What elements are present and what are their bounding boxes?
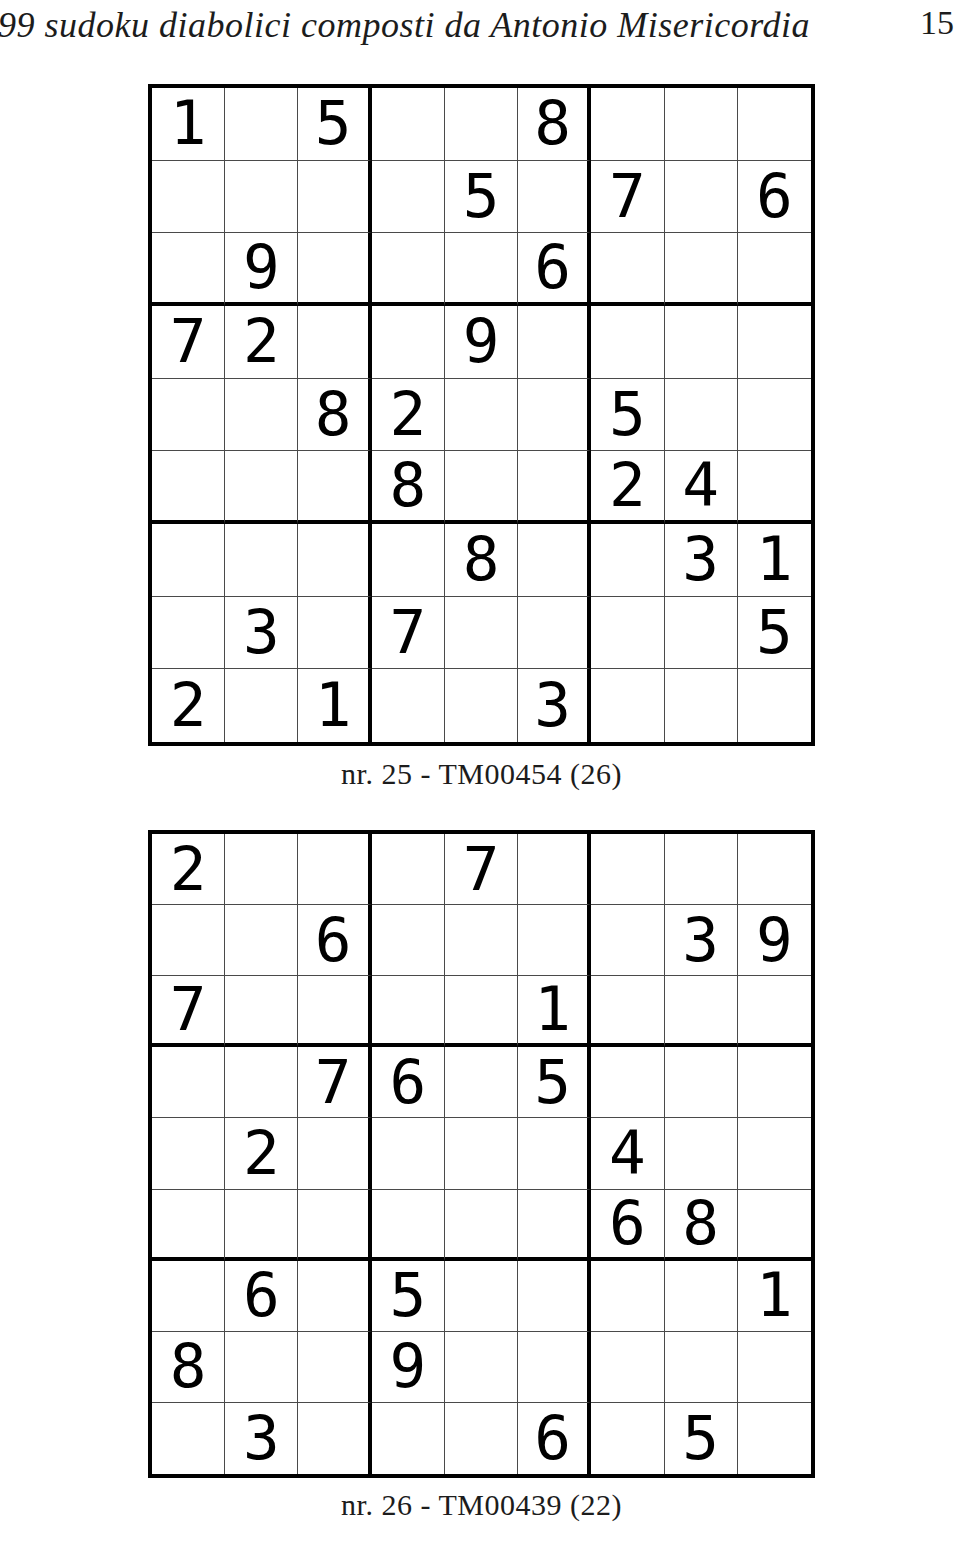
puzzle1-cell-r5c8-empty[interactable] (665, 379, 738, 452)
puzzle1-cell-r9c1-given[interactable]: 2 (152, 669, 225, 742)
puzzle2-cell-r5c8-empty[interactable] (665, 1118, 738, 1189)
puzzle1-cell-r2c6-empty[interactable] (518, 161, 591, 234)
puzzle2-cell-r7c5-empty[interactable] (445, 1261, 518, 1332)
puzzle1-cell-r1c7-empty[interactable] (591, 88, 664, 161)
puzzle2-cell-r4c4-given[interactable]: 6 (372, 1047, 445, 1118)
puzzle2-cell-r2c2-empty[interactable] (225, 905, 298, 976)
puzzle1-cell-r4c4-empty[interactable] (372, 306, 445, 379)
puzzle2-cell-r7c1-empty[interactable] (152, 1261, 225, 1332)
puzzle2-cell-r5c7-given[interactable]: 4 (591, 1118, 664, 1189)
puzzle1-cell-r7c1-empty[interactable] (152, 524, 225, 597)
puzzle1-cell-r8c7-empty[interactable] (591, 597, 664, 670)
puzzle1-cell-r1c6-given[interactable]: 8 (518, 88, 591, 161)
puzzle2-cell-r5c6-empty[interactable] (518, 1118, 591, 1189)
puzzle2-cell-r5c5-empty[interactable] (445, 1118, 518, 1189)
puzzle1-cell-r5c2-empty[interactable] (225, 379, 298, 452)
puzzle1-cell-r7c8-given[interactable]: 3 (665, 524, 738, 597)
puzzle2-cell-r6c5-empty[interactable] (445, 1190, 518, 1261)
puzzle1-cell-r8c5-empty[interactable] (445, 597, 518, 670)
puzzle1-cell-r3c6-given[interactable]: 6 (518, 233, 591, 306)
puzzle1-cell-r4c1-given[interactable]: 7 (152, 306, 225, 379)
puzzle1-cell-r2c7-given[interactable]: 7 (591, 161, 664, 234)
puzzle1-cell-r3c7-empty[interactable] (591, 233, 664, 306)
puzzle1-cell-r5c4-given[interactable]: 2 (372, 379, 445, 452)
puzzle1-cell-r7c2-empty[interactable] (225, 524, 298, 597)
puzzle1-cell-r4c7-empty[interactable] (591, 306, 664, 379)
puzzle2-cell-r3c3-empty[interactable] (298, 976, 371, 1047)
puzzle1-cell-r5c9-empty[interactable] (738, 379, 811, 452)
puzzle2-cell-r5c3-empty[interactable] (298, 1118, 371, 1189)
puzzle1-cell-r5c7-given[interactable]: 5 (591, 379, 664, 452)
puzzle1-cell-r1c2-empty[interactable] (225, 88, 298, 161)
puzzle2-cell-r9c3-empty[interactable] (298, 1403, 371, 1474)
puzzle2-cell-r5c9-empty[interactable] (738, 1118, 811, 1189)
puzzle2-cell-r5c2-given[interactable]: 2 (225, 1118, 298, 1189)
puzzle1-cell-r9c2-empty[interactable] (225, 669, 298, 742)
puzzle2-cell-r3c2-empty[interactable] (225, 976, 298, 1047)
puzzle2-cell-r1c9-empty[interactable] (738, 834, 811, 905)
puzzle2-cell-r2c6-empty[interactable] (518, 905, 591, 976)
sudoku-board-1: 15857696729825824831375213 (148, 84, 815, 746)
puzzle1-cell-r1c8-empty[interactable] (665, 88, 738, 161)
puzzle1-cell-r6c2-empty[interactable] (225, 451, 298, 524)
puzzle2-cell-r1c3-empty[interactable] (298, 834, 371, 905)
puzzle1-cell-r2c1-empty[interactable] (152, 161, 225, 234)
puzzle2-cell-r3c5-empty[interactable] (445, 976, 518, 1047)
puzzle2-cell-r1c1-given[interactable]: 2 (152, 834, 225, 905)
puzzle1-cell-r1c1-given[interactable]: 1 (152, 88, 225, 161)
puzzle2-cell-r7c8-empty[interactable] (665, 1261, 738, 1332)
book-title: 99 sudoku diabolici composti da Antonio … (0, 4, 810, 46)
puzzle2-cell-r4c9-empty[interactable] (738, 1047, 811, 1118)
puzzle2-cell-r3c7-empty[interactable] (591, 976, 664, 1047)
puzzle2-cell-r9c9-empty[interactable] (738, 1403, 811, 1474)
puzzle1-cell-r2c5-given[interactable]: 5 (445, 161, 518, 234)
puzzle1-cell-r2c8-empty[interactable] (665, 161, 738, 234)
puzzle1-cell-r4c3-empty[interactable] (298, 306, 371, 379)
puzzle1-cell-r6c4-given[interactable]: 8 (372, 451, 445, 524)
puzzle1-cell-r9c6-given[interactable]: 3 (518, 669, 591, 742)
puzzle2-cell-r9c6-given[interactable]: 6 (518, 1403, 591, 1474)
puzzle2-cell-r8c6-empty[interactable] (518, 1332, 591, 1403)
puzzle2-cell-r4c2-empty[interactable] (225, 1047, 298, 1118)
puzzle1-cell-r9c3-given[interactable]: 1 (298, 669, 371, 742)
puzzle1-cell-r9c9-empty[interactable] (738, 669, 811, 742)
puzzle1-cell-r8c3-empty[interactable] (298, 597, 371, 670)
puzzle1-cell-r3c2-given[interactable]: 9 (225, 233, 298, 306)
sudoku-board-2: 2763971765246865189365 (148, 830, 815, 1478)
puzzle2-cell-r2c7-empty[interactable] (591, 905, 664, 976)
puzzle1-cell-r3c8-empty[interactable] (665, 233, 738, 306)
puzzle1-cell-r1c3-given[interactable]: 5 (298, 88, 371, 161)
puzzle2-cell-r1c5-given[interactable]: 7 (445, 834, 518, 905)
puzzle2-cell-r9c5-empty[interactable] (445, 1403, 518, 1474)
puzzle2-cell-r4c8-empty[interactable] (665, 1047, 738, 1118)
puzzle2-cell-r3c1-given[interactable]: 7 (152, 976, 225, 1047)
puzzle2-cell-r9c1-empty[interactable] (152, 1403, 225, 1474)
puzzle1-cell-r6c7-given[interactable]: 2 (591, 451, 664, 524)
puzzle2-cell-r6c6-empty[interactable] (518, 1190, 591, 1261)
puzzle1-cell-r5c5-empty[interactable] (445, 379, 518, 452)
puzzle2-cell-r3c9-empty[interactable] (738, 976, 811, 1047)
puzzle2-cell-r7c2-given[interactable]: 6 (225, 1261, 298, 1332)
puzzle1-cell-r8c9-given[interactable]: 5 (738, 597, 811, 670)
puzzle1-cell-r4c9-empty[interactable] (738, 306, 811, 379)
puzzle1-cell-r7c5-given[interactable]: 8 (445, 524, 518, 597)
puzzle2-cell-r9c2-given[interactable]: 3 (225, 1403, 298, 1474)
puzzle1-cell-r7c6-empty[interactable] (518, 524, 591, 597)
puzzle1-cell-r3c9-empty[interactable] (738, 233, 811, 306)
puzzle1-cell-r1c4-empty[interactable] (372, 88, 445, 161)
puzzle1-cell-r4c6-empty[interactable] (518, 306, 591, 379)
puzzle1-cell-r3c1-empty[interactable] (152, 233, 225, 306)
puzzle2-cell-r4c1-empty[interactable] (152, 1047, 225, 1118)
puzzle2-cell-r8c5-empty[interactable] (445, 1332, 518, 1403)
puzzle1-cell-r5c6-empty[interactable] (518, 379, 591, 452)
puzzle2-cell-r8c2-empty[interactable] (225, 1332, 298, 1403)
puzzle2-cell-r9c7-empty[interactable] (591, 1403, 664, 1474)
puzzle1-cell-r4c2-given[interactable]: 2 (225, 306, 298, 379)
puzzle1-cell-r5c1-empty[interactable] (152, 379, 225, 452)
puzzle2-cell-r3c8-empty[interactable] (665, 976, 738, 1047)
puzzle2-cell-r3c6-given[interactable]: 1 (518, 976, 591, 1047)
puzzle1-cell-r2c4-empty[interactable] (372, 161, 445, 234)
puzzle2-cell-r1c6-empty[interactable] (518, 834, 591, 905)
puzzle1-cell-r6c3-empty[interactable] (298, 451, 371, 524)
puzzle1-cell-r8c2-given[interactable]: 3 (225, 597, 298, 670)
puzzle1-cell-r3c3-empty[interactable] (298, 233, 371, 306)
puzzle1-cell-r4c5-given[interactable]: 9 (445, 306, 518, 379)
puzzle2-cell-r1c7-empty[interactable] (591, 834, 664, 905)
puzzle2-cell-r6c9-empty[interactable] (738, 1190, 811, 1261)
puzzle2-cell-r8c3-empty[interactable] (298, 1332, 371, 1403)
puzzle2-cell-r8c8-empty[interactable] (665, 1332, 738, 1403)
puzzle1-cell-r6c5-empty[interactable] (445, 451, 518, 524)
puzzle2-cell-r7c6-empty[interactable] (518, 1261, 591, 1332)
puzzle2-cell-r7c7-empty[interactable] (591, 1261, 664, 1332)
puzzle1-cell-r3c4-empty[interactable] (372, 233, 445, 306)
puzzle1-cell-r2c3-empty[interactable] (298, 161, 371, 234)
puzzle2-cell-r7c9-given[interactable]: 1 (738, 1261, 811, 1332)
puzzle2-cell-r6c4-empty[interactable] (372, 1190, 445, 1261)
puzzle2-cell-r1c2-empty[interactable] (225, 834, 298, 905)
puzzle1-cell-r3c5-empty[interactable] (445, 233, 518, 306)
puzzle2-cell-r6c3-empty[interactable] (298, 1190, 371, 1261)
puzzle2-cell-r8c4-given[interactable]: 9 (372, 1332, 445, 1403)
puzzle2-cell-r8c1-given[interactable]: 8 (152, 1332, 225, 1403)
puzzle2-cell-r2c4-empty[interactable] (372, 905, 445, 976)
puzzle1-cell-r4c8-empty[interactable] (665, 306, 738, 379)
puzzle2-cell-r2c1-empty[interactable] (152, 905, 225, 976)
page-number: 15 (920, 4, 954, 42)
puzzle2-cell-r8c7-empty[interactable] (591, 1332, 664, 1403)
puzzle2-cell-r6c8-given[interactable]: 8 (665, 1190, 738, 1261)
puzzle2-cell-r2c3-given[interactable]: 6 (298, 905, 371, 976)
puzzle1-cell-r8c6-empty[interactable] (518, 597, 591, 670)
puzzle1-cell-r8c8-empty[interactable] (665, 597, 738, 670)
puzzle2-cell-r4c7-empty[interactable] (591, 1047, 664, 1118)
puzzle1-cell-r2c2-empty[interactable] (225, 161, 298, 234)
puzzle2-cell-r6c1-empty[interactable] (152, 1190, 225, 1261)
puzzle2-cell-r2c8-given[interactable]: 3 (665, 905, 738, 976)
page-header: 99 sudoku diabolici composti da Antonio … (0, 2, 956, 52)
puzzle2-cell-r3c4-empty[interactable] (372, 976, 445, 1047)
puzzle2-cell-r8c9-empty[interactable] (738, 1332, 811, 1403)
puzzle1-cell-r8c1-empty[interactable] (152, 597, 225, 670)
puzzle1-cell-r6c6-empty[interactable] (518, 451, 591, 524)
puzzle1-cell-r1c5-empty[interactable] (445, 88, 518, 161)
puzzle-1-caption: nr. 25 - TM00454 (26) (148, 757, 815, 791)
puzzle1-cell-r7c7-empty[interactable] (591, 524, 664, 597)
puzzle2-cell-r1c8-empty[interactable] (665, 834, 738, 905)
puzzle-2-caption: nr. 26 - TM00439 (22) (148, 1488, 815, 1522)
puzzle2-cell-r5c4-empty[interactable] (372, 1118, 445, 1189)
puzzle2-cell-r7c4-given[interactable]: 5 (372, 1261, 445, 1332)
puzzle1-cell-r9c4-empty[interactable] (372, 669, 445, 742)
puzzle1-cell-r5c3-given[interactable]: 8 (298, 379, 371, 452)
puzzle2-cell-r4c3-given[interactable]: 7 (298, 1047, 371, 1118)
puzzle1-cell-r9c7-empty[interactable] (591, 669, 664, 742)
puzzle2-cell-r2c5-empty[interactable] (445, 905, 518, 976)
puzzle2-cell-r2c9-given[interactable]: 9 (738, 905, 811, 976)
puzzle1-cell-r6c9-empty[interactable] (738, 451, 811, 524)
puzzle2-cell-r9c8-given[interactable]: 5 (665, 1403, 738, 1474)
puzzle1-cell-r6c8-given[interactable]: 4 (665, 451, 738, 524)
puzzle1-cell-r9c5-empty[interactable] (445, 669, 518, 742)
puzzle1-cell-r2c9-given[interactable]: 6 (738, 161, 811, 234)
puzzle2-cell-r4c6-given[interactable]: 5 (518, 1047, 591, 1118)
puzzle2-cell-r4c5-empty[interactable] (445, 1047, 518, 1118)
puzzle2-cell-r7c3-empty[interactable] (298, 1261, 371, 1332)
puzzle1-cell-r7c9-given[interactable]: 1 (738, 524, 811, 597)
puzzle1-cell-r1c9-empty[interactable] (738, 88, 811, 161)
puzzle2-cell-r6c7-given[interactable]: 6 (591, 1190, 664, 1261)
puzzle2-cell-r1c4-empty[interactable] (372, 834, 445, 905)
puzzle2-cell-r9c4-empty[interactable] (372, 1403, 445, 1474)
puzzle2-cell-r5c1-empty[interactable] (152, 1118, 225, 1189)
puzzle1-cell-r7c3-empty[interactable] (298, 524, 371, 597)
puzzle1-cell-r9c8-empty[interactable] (665, 669, 738, 742)
puzzle1-cell-r8c4-given[interactable]: 7 (372, 597, 445, 670)
puzzle1-cell-r7c4-empty[interactable] (372, 524, 445, 597)
puzzle1-cell-r6c1-empty[interactable] (152, 451, 225, 524)
puzzle2-cell-r6c2-empty[interactable] (225, 1190, 298, 1261)
